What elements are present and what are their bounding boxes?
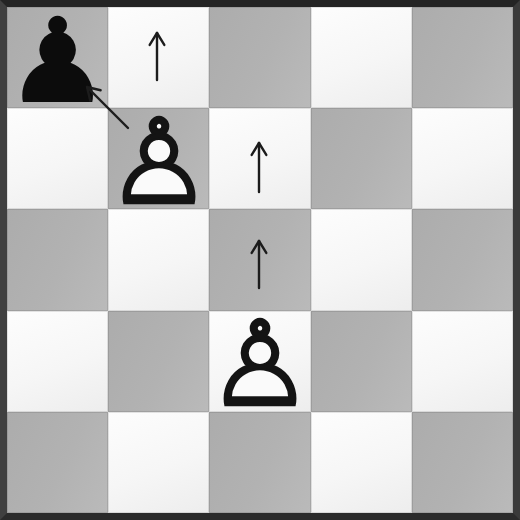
square-r0c0[interactable]: ♟: [7, 7, 108, 108]
square-r0c4[interactable]: [412, 7, 513, 108]
black-pawn[interactable]: ♟: [7, 7, 108, 108]
square-r3c0[interactable]: [7, 311, 108, 412]
square-r2c1[interactable]: [108, 209, 209, 310]
white-pawn-outline-glyph: ♙: [106, 103, 212, 221]
square-r0c3[interactable]: [311, 7, 412, 108]
square-r1c4[interactable]: [412, 108, 513, 209]
chess-board: ♟♟♙♟♙: [0, 0, 520, 520]
square-r4c2[interactable]: [209, 412, 310, 513]
square-r4c3[interactable]: [311, 412, 412, 513]
square-r2c3[interactable]: [311, 209, 412, 310]
square-r4c1[interactable]: [108, 412, 209, 513]
board-grid: ♟♟♙♟♙: [7, 7, 513, 513]
white-pawn[interactable]: ♟♙: [209, 311, 310, 412]
square-r4c4[interactable]: [412, 412, 513, 513]
square-r2c0[interactable]: [7, 209, 108, 310]
white-pawn[interactable]: ♟♙: [108, 108, 209, 209]
square-r0c2[interactable]: [209, 7, 310, 108]
square-r3c1[interactable]: [108, 311, 209, 412]
black-pawn-glyph: ♟: [5, 2, 111, 120]
square-r3c2[interactable]: ♟♙: [209, 311, 310, 412]
white-pawn-outline-glyph: ♙: [207, 305, 313, 423]
square-r1c1[interactable]: ♟♙: [108, 108, 209, 209]
square-r1c0[interactable]: [7, 108, 108, 209]
square-r3c3[interactable]: [311, 311, 412, 412]
square-r1c2[interactable]: [209, 108, 310, 209]
square-r3c4[interactable]: [412, 311, 513, 412]
square-r4c0[interactable]: [7, 412, 108, 513]
square-r2c4[interactable]: [412, 209, 513, 310]
square-r1c3[interactable]: [311, 108, 412, 209]
